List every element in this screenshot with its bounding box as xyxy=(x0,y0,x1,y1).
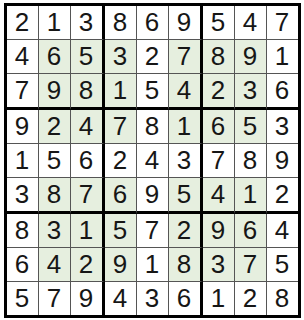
cell-r2c8[interactable]: 9 xyxy=(235,40,267,74)
cell-r3c4[interactable]: 1 xyxy=(105,74,137,110)
cell-r6c6[interactable]: 5 xyxy=(169,178,203,214)
cell-r5c4[interactable]: 2 xyxy=(105,144,137,178)
cell-r3c6[interactable]: 4 xyxy=(169,74,203,110)
cell-r7c1[interactable]: 8 xyxy=(7,214,39,248)
cell-r6c2[interactable]: 8 xyxy=(39,178,71,214)
cell-r1c1[interactable]: 2 xyxy=(7,6,39,40)
cell-r4c5[interactable]: 8 xyxy=(137,110,169,144)
cell-r9c4[interactable]: 4 xyxy=(105,282,137,315)
cell-r7c6[interactable]: 2 xyxy=(169,214,203,248)
cell-r1c4[interactable]: 8 xyxy=(105,6,137,40)
cell-r9c6[interactable]: 6 xyxy=(169,282,203,315)
cell-r4c3[interactable]: 4 xyxy=(71,110,105,144)
cell-r8c4[interactable]: 9 xyxy=(105,248,137,282)
cell-r5c9[interactable]: 9 xyxy=(267,144,298,178)
cell-r9c7[interactable]: 1 xyxy=(203,282,235,315)
cell-r6c4[interactable]: 6 xyxy=(105,178,137,214)
cell-r1c6[interactable]: 9 xyxy=(169,6,203,40)
sudoku-board: 2138695474653278917981542369247816531562… xyxy=(4,3,301,318)
cell-r8c1[interactable]: 6 xyxy=(7,248,39,282)
cell-r8c8[interactable]: 7 xyxy=(235,248,267,282)
cell-r4c1[interactable]: 9 xyxy=(7,110,39,144)
cell-r6c7[interactable]: 4 xyxy=(203,178,235,214)
cell-r6c9[interactable]: 2 xyxy=(267,178,298,214)
cell-r5c2[interactable]: 5 xyxy=(39,144,71,178)
cell-r4c6[interactable]: 1 xyxy=(169,110,203,144)
cell-r5c8[interactable]: 8 xyxy=(235,144,267,178)
cell-r6c8[interactable]: 1 xyxy=(235,178,267,214)
cell-r6c3[interactable]: 7 xyxy=(71,178,105,214)
cell-r2c1[interactable]: 4 xyxy=(7,40,39,74)
cell-r8c3[interactable]: 2 xyxy=(71,248,105,282)
cell-r8c9[interactable]: 5 xyxy=(267,248,298,282)
cell-r6c1[interactable]: 3 xyxy=(7,178,39,214)
cell-r5c5[interactable]: 4 xyxy=(137,144,169,178)
cell-r3c5[interactable]: 5 xyxy=(137,74,169,110)
cell-r3c7[interactable]: 2 xyxy=(203,74,235,110)
cell-r9c5[interactable]: 3 xyxy=(137,282,169,315)
cell-r3c8[interactable]: 3 xyxy=(235,74,267,110)
cell-r8c5[interactable]: 1 xyxy=(137,248,169,282)
cell-r7c2[interactable]: 3 xyxy=(39,214,71,248)
cell-r8c2[interactable]: 4 xyxy=(39,248,71,282)
cell-r2c2[interactable]: 6 xyxy=(39,40,71,74)
cell-r7c4[interactable]: 5 xyxy=(105,214,137,248)
cell-r2c3[interactable]: 5 xyxy=(71,40,105,74)
cell-r7c9[interactable]: 4 xyxy=(267,214,298,248)
cell-r1c9[interactable]: 7 xyxy=(267,6,298,40)
cell-r5c3[interactable]: 6 xyxy=(71,144,105,178)
cell-r9c8[interactable]: 2 xyxy=(235,282,267,315)
cell-r2c9[interactable]: 1 xyxy=(267,40,298,74)
cell-r2c7[interactable]: 8 xyxy=(203,40,235,74)
cell-r9c1[interactable]: 5 xyxy=(7,282,39,315)
cell-r3c1[interactable]: 7 xyxy=(7,74,39,110)
cell-r4c7[interactable]: 6 xyxy=(203,110,235,144)
cell-r7c5[interactable]: 7 xyxy=(137,214,169,248)
cell-r1c5[interactable]: 6 xyxy=(137,6,169,40)
cell-r9c9[interactable]: 8 xyxy=(267,282,298,315)
cell-r5c1[interactable]: 1 xyxy=(7,144,39,178)
cell-r1c7[interactable]: 5 xyxy=(203,6,235,40)
cell-r1c8[interactable]: 4 xyxy=(235,6,267,40)
cell-r7c7[interactable]: 9 xyxy=(203,214,235,248)
cell-r9c3[interactable]: 9 xyxy=(71,282,105,315)
cell-r5c6[interactable]: 3 xyxy=(169,144,203,178)
cell-r2c6[interactable]: 7 xyxy=(169,40,203,74)
cell-r7c8[interactable]: 6 xyxy=(235,214,267,248)
cell-r9c2[interactable]: 7 xyxy=(39,282,71,315)
cell-r2c4[interactable]: 3 xyxy=(105,40,137,74)
cell-r3c2[interactable]: 9 xyxy=(39,74,71,110)
cell-r7c3[interactable]: 1 xyxy=(71,214,105,248)
cell-r8c6[interactable]: 8 xyxy=(169,248,203,282)
cell-r5c7[interactable]: 7 xyxy=(203,144,235,178)
cell-r3c3[interactable]: 8 xyxy=(71,74,105,110)
cell-r4c2[interactable]: 2 xyxy=(39,110,71,144)
cell-r8c7[interactable]: 3 xyxy=(203,248,235,282)
cell-r2c5[interactable]: 2 xyxy=(137,40,169,74)
cell-r6c5[interactable]: 9 xyxy=(137,178,169,214)
cell-r4c8[interactable]: 5 xyxy=(235,110,267,144)
cell-r1c3[interactable]: 3 xyxy=(71,6,105,40)
cell-r4c4[interactable]: 7 xyxy=(105,110,137,144)
cell-r3c9[interactable]: 6 xyxy=(267,74,298,110)
cell-r1c2[interactable]: 1 xyxy=(39,6,71,40)
cell-r4c9[interactable]: 3 xyxy=(267,110,298,144)
